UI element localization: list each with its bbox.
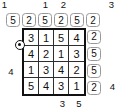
grid-cell-r1c3[interactable]: 5 bbox=[54, 30, 69, 46]
missing-box-col1: 2 bbox=[22, 13, 36, 27]
grid-cell-r1c1[interactable]: 3 bbox=[24, 30, 39, 46]
clue-bottom-col3: 3 bbox=[58, 99, 67, 109]
grid-cell-r3c3[interactable]: 4 bbox=[54, 62, 69, 78]
clue-top-left-diagonal: 1 bbox=[0, 0, 9, 10]
grid-cell-r3c2[interactable]: 3 bbox=[39, 62, 54, 78]
missing-box-col3: 2 bbox=[54, 13, 68, 27]
dot-icon bbox=[18, 43, 21, 46]
grid-cell-r4c3[interactable]: 3 bbox=[54, 78, 69, 94]
puzzle-grid: 3 1 5 4 4 2 1 3 1 3 4 2 5 4 3 1 bbox=[22, 28, 86, 96]
grid-cell-r1c4[interactable]: 4 bbox=[69, 30, 84, 46]
grid-cell-r3c4[interactable]: 2 bbox=[69, 62, 84, 78]
missing-box-row1: 2 bbox=[87, 30, 101, 44]
clue-top-right-diagonal: 3 bbox=[107, 0, 116, 10]
clue-left-row3: 4 bbox=[7, 67, 16, 77]
clue-top-col2: 1 bbox=[41, 0, 50, 10]
grid-cell-r2c4[interactable]: 3 bbox=[69, 46, 84, 62]
grid-cell-r2c1[interactable]: 4 bbox=[24, 46, 39, 62]
missing-box-row4: 2 bbox=[87, 81, 101, 95]
clue-right-row4: 4 bbox=[108, 82, 117, 92]
missing-box-diagonal-anti: 2 bbox=[86, 13, 100, 27]
missing-box-row2: 5 bbox=[87, 47, 101, 61]
clue-top-col3: 2 bbox=[59, 0, 68, 10]
missing-box-col4: 5 bbox=[70, 13, 84, 27]
puzzle-board: 1 1 2 3 4 4 3 5 5 2 5 2 5 2 2 5 5 2 3 1 … bbox=[0, 0, 120, 111]
grid-cell-r4c4[interactable]: 1 bbox=[69, 78, 84, 94]
missing-box-row3: 5 bbox=[87, 64, 101, 78]
grid-cell-r2c3[interactable]: 1 bbox=[54, 46, 69, 62]
grid-cell-r3c1[interactable]: 1 bbox=[24, 62, 39, 78]
grid-cell-r2c2[interactable]: 2 bbox=[39, 46, 54, 62]
missing-box-col2: 5 bbox=[38, 13, 52, 27]
grid-cell-r4c2[interactable]: 4 bbox=[39, 78, 54, 94]
clue-bottom-col4: 5 bbox=[75, 99, 84, 109]
circled-dot-marker bbox=[15, 40, 25, 50]
grid-cell-r4c1[interactable]: 5 bbox=[24, 78, 39, 94]
grid-cell-r1c2[interactable]: 1 bbox=[39, 30, 54, 46]
missing-box-diagonal-main: 5 bbox=[6, 13, 20, 27]
